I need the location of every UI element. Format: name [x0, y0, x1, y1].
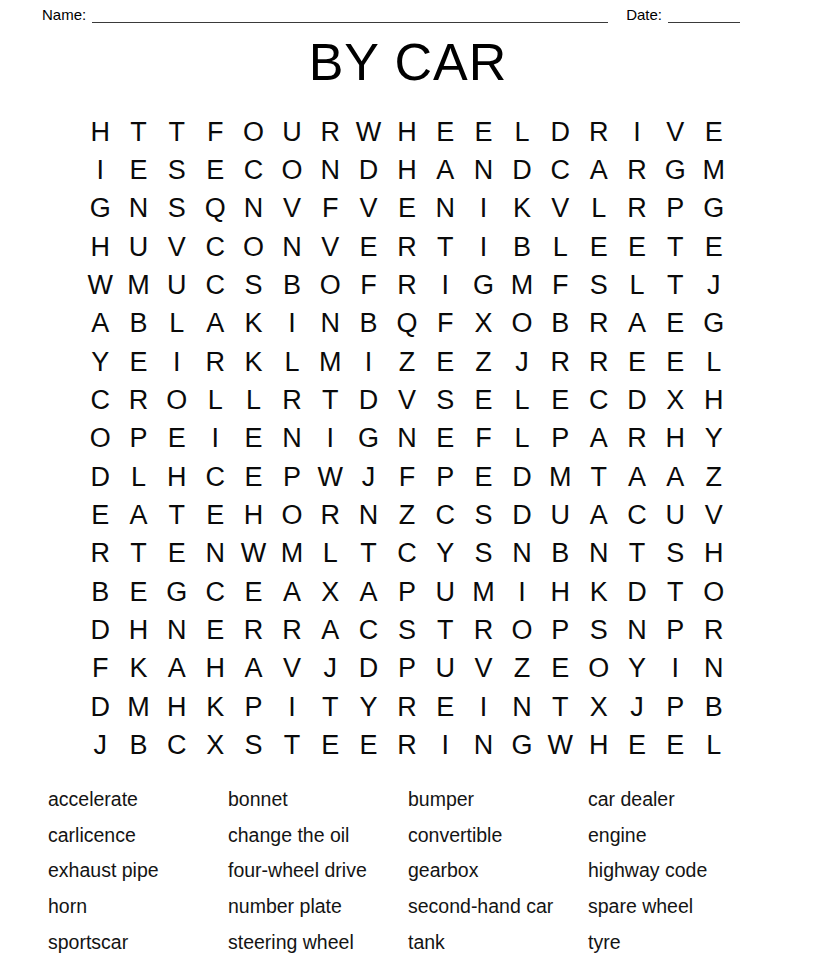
word-item-13: gearbox [408, 859, 588, 882]
grid-cell-r3c3[interactable]: S [158, 190, 196, 228]
grid-cell-r16c10[interactable]: E [426, 688, 464, 726]
grid-cell-r13c16[interactable]: T [656, 573, 694, 611]
grid-cell-r15c16[interactable]: I [656, 650, 694, 688]
grid-cell-r8c2[interactable]: R [119, 381, 157, 419]
grid-cell-r9c6[interactable]: N [273, 420, 311, 458]
grid-cell-r9c1[interactable]: O [81, 420, 119, 458]
grid-cell-r5c8[interactable]: F [349, 266, 387, 304]
grid-cell-r13c10[interactable]: U [426, 573, 464, 611]
grid-cell-r8c16[interactable]: X [656, 381, 694, 419]
grid-cell-r3c16[interactable]: P [656, 190, 694, 228]
grid-cell-r13c17[interactable]: O [695, 573, 733, 611]
grid-cell-r9c7[interactable]: I [311, 420, 349, 458]
grid-cell-r2c2[interactable]: E [119, 151, 157, 189]
grid-cell-r8c9[interactable]: V [388, 381, 426, 419]
grid-cell-r3c8[interactable]: V [349, 190, 387, 228]
grid-cell-r4c4[interactable]: C [196, 228, 234, 266]
grid-cell-r5c14[interactable]: S [579, 266, 617, 304]
grid-cell-r14c13[interactable]: P [541, 611, 579, 649]
grid-cell-r6c16[interactable]: E [656, 305, 694, 343]
grid-cell-r16c8[interactable]: Y [349, 688, 387, 726]
grid-cell-r13c15[interactable]: D [618, 573, 656, 611]
grid-cell-r1c5[interactable]: O [234, 113, 272, 151]
grid-cell-r17c11[interactable]: N [464, 727, 502, 765]
grid-cell-r14c2[interactable]: H [119, 611, 157, 649]
grid-cell-r15c5[interactable]: A [234, 650, 272, 688]
grid-cell-r16c13[interactable]: T [541, 688, 579, 726]
grid-cell-r9c15[interactable]: R [618, 420, 656, 458]
grid-cell-r3c10[interactable]: N [426, 190, 464, 228]
grid-cell-r9c9[interactable]: N [388, 420, 426, 458]
grid-cell-r14c6[interactable]: R [273, 611, 311, 649]
grid-cell-r8c1[interactable]: C [81, 381, 119, 419]
grid-cell-r7c12[interactable]: J [503, 343, 541, 381]
grid-cell-r13c8[interactable]: A [349, 573, 387, 611]
grid-cell-r7c6[interactable]: L [273, 343, 311, 381]
grid-cell-r17c3[interactable]: C [158, 727, 196, 765]
grid-cell-r10c3[interactable]: H [158, 458, 196, 496]
grid-cell-r15c10[interactable]: U [426, 650, 464, 688]
grid-cell-r8c4[interactable]: L [196, 381, 234, 419]
grid-cell-r13c5[interactable]: E [234, 573, 272, 611]
word-item-6: bonnet [228, 788, 408, 811]
grid-cell-r5c9[interactable]: R [388, 266, 426, 304]
grid-cell-r16c17[interactable]: B [695, 688, 733, 726]
grid-cell-r3c14[interactable]: L [579, 190, 617, 228]
grid-cell-r13c3[interactable]: G [158, 573, 196, 611]
grid-cell-r3c13[interactable]: V [541, 190, 579, 228]
grid-cell-r8c10[interactable]: S [426, 381, 464, 419]
grid-cell-r7c7[interactable]: M [311, 343, 349, 381]
grid-cell-r17c10[interactable]: I [426, 727, 464, 765]
grid-cell-r3c4[interactable]: Q [196, 190, 234, 228]
grid-cell-r7c14[interactable]: R [579, 343, 617, 381]
grid-cell-r10c9[interactable]: F [388, 458, 426, 496]
grid-cell-r2c15[interactable]: R [618, 151, 656, 189]
grid-cell-r9c5[interactable]: E [234, 420, 272, 458]
grid-cell-r4c12[interactable]: B [503, 228, 541, 266]
grid-cell-r1c6[interactable]: U [273, 113, 311, 151]
grid-cell-r1c1[interactable]: H [81, 113, 119, 151]
grid-cell-r11c6[interactable]: O [273, 496, 311, 534]
grid-cell-r3c6[interactable]: V [273, 190, 311, 228]
grid-cell-r14c16[interactable]: P [656, 611, 694, 649]
grid-cell-r4c11[interactable]: I [464, 228, 502, 266]
grid-cell-r10c8[interactable]: J [349, 458, 387, 496]
grid-cell-r7c4[interactable]: R [196, 343, 234, 381]
grid-cell-r5c16[interactable]: T [656, 266, 694, 304]
grid-cell-r10c17[interactable]: Z [695, 458, 733, 496]
grid-cell-r4c8[interactable]: E [349, 228, 387, 266]
grid-cell-r8c17[interactable]: H [695, 381, 733, 419]
word-item-12: convertible [408, 824, 588, 847]
grid-cell-r11c4[interactable]: E [196, 496, 234, 534]
grid-cell-r8c7[interactable]: T [311, 381, 349, 419]
grid-cell-r2c7[interactable]: N [311, 151, 349, 189]
grid-cell-r15c11[interactable]: V [464, 650, 502, 688]
grid-cell-r14c17[interactable]: R [695, 611, 733, 649]
grid-cell-r1c9[interactable]: H [388, 113, 426, 151]
grid-cell-r16c9[interactable]: R [388, 688, 426, 726]
grid-cell-r10c16[interactable]: A [656, 458, 694, 496]
grid-cell-r8c15[interactable]: D [618, 381, 656, 419]
grid-cell-r3c9[interactable]: E [388, 190, 426, 228]
grid-cell-r8c14[interactable]: C [579, 381, 617, 419]
grid-cell-r14c3[interactable]: N [158, 611, 196, 649]
grid-cell-r17c8[interactable]: E [349, 727, 387, 765]
grid-cell-r11c5[interactable]: H [234, 496, 272, 534]
grid-cell-r10c10[interactable]: P [426, 458, 464, 496]
grid-cell-r3c17[interactable]: G [695, 190, 733, 228]
grid-cell-r12c16[interactable]: S [656, 535, 694, 573]
grid-cell-r3c15[interactable]: R [618, 190, 656, 228]
grid-cell-r7c8[interactable]: I [349, 343, 387, 381]
grid-cell-r12c2[interactable]: T [119, 535, 157, 573]
grid-cell-r5c4[interactable]: C [196, 266, 234, 304]
date-input-line[interactable] [668, 7, 740, 23]
grid-cell-r15c17[interactable]: N [695, 650, 733, 688]
grid-cell-r11c12[interactable]: D [503, 496, 541, 534]
grid-cell-r10c12[interactable]: D [503, 458, 541, 496]
grid-cell-r7c3[interactable]: I [158, 343, 196, 381]
grid-cell-r11c1[interactable]: E [81, 496, 119, 534]
grid-cell-r9c4[interactable]: I [196, 420, 234, 458]
grid-cell-r1c15[interactable]: I [618, 113, 656, 151]
grid-cell-r16c2[interactable]: M [119, 688, 157, 726]
grid-cell-r9c3[interactable]: E [158, 420, 196, 458]
grid-cell-r15c1[interactable]: F [81, 650, 119, 688]
grid-cell-r8c13[interactable]: E [541, 381, 579, 419]
grid-cell-r14c10[interactable]: T [426, 611, 464, 649]
grid-cell-r15c13[interactable]: E [541, 650, 579, 688]
grid-cell-r16c3[interactable]: H [158, 688, 196, 726]
grid-cell-r9c10[interactable]: E [426, 420, 464, 458]
grid-cell-r12c11[interactable]: S [464, 535, 502, 573]
grid-cell-r6c2[interactable]: B [119, 305, 157, 343]
grid-cell-r14c9[interactable]: S [388, 611, 426, 649]
grid-cell-r13c11[interactable]: M [464, 573, 502, 611]
grid-cell-r12c1[interactable]: R [81, 535, 119, 573]
grid-cell-r2c4[interactable]: E [196, 151, 234, 189]
grid-cell-r15c6[interactable]: V [273, 650, 311, 688]
word-item-8: four-wheel drive [228, 859, 408, 882]
grid-cell-r1c12[interactable]: L [503, 113, 541, 151]
grid-cell-r16c4[interactable]: K [196, 688, 234, 726]
grid-cell-r6c1[interactable]: A [81, 305, 119, 343]
grid-cell-r5c10[interactable]: I [426, 266, 464, 304]
grid-cell-r1c17[interactable]: E [695, 113, 733, 151]
grid-cell-r4c13[interactable]: L [541, 228, 579, 266]
grid-cell-r5c15[interactable]: L [618, 266, 656, 304]
grid-cell-r2c3[interactable]: S [158, 151, 196, 189]
grid-cell-r10c15[interactable]: A [618, 458, 656, 496]
grid-cell-r2c6[interactable]: O [273, 151, 311, 189]
grid-cell-r5c12[interactable]: M [503, 266, 541, 304]
grid-cell-r12c7[interactable]: L [311, 535, 349, 573]
grid-cell-r13c2[interactable]: E [119, 573, 157, 611]
date-label: Date: [626, 6, 662, 24]
grid-cell-r4c6[interactable]: N [273, 228, 311, 266]
grid-cell-r2c16[interactable]: G [656, 151, 694, 189]
grid-cell-r7c2[interactable]: E [119, 343, 157, 381]
grid-cell-r16c6[interactable]: I [273, 688, 311, 726]
grid-cell-r11c10[interactable]: C [426, 496, 464, 534]
grid-cell-r1c16[interactable]: V [656, 113, 694, 151]
grid-cell-r9c14[interactable]: A [579, 420, 617, 458]
grid-cell-r15c7[interactable]: J [311, 650, 349, 688]
grid-cell-r11c17[interactable]: V [695, 496, 733, 534]
grid-cell-r8c12[interactable]: L [503, 381, 541, 419]
grid-cell-r11c3[interactable]: T [158, 496, 196, 534]
grid-cell-r11c7[interactable]: R [311, 496, 349, 534]
grid-cell-r12c12[interactable]: N [503, 535, 541, 573]
grid-cell-r9c12[interactable]: L [503, 420, 541, 458]
grid-cell-r5c13[interactable]: F [541, 266, 579, 304]
grid-cell-r11c8[interactable]: N [349, 496, 387, 534]
grid-cell-r5c5[interactable]: S [234, 266, 272, 304]
grid-cell-r10c13[interactable]: M [541, 458, 579, 496]
grid-cell-r10c6[interactable]: P [273, 458, 311, 496]
grid-cell-r11c2[interactable]: A [119, 496, 157, 534]
grid-cell-r14c15[interactable]: N [618, 611, 656, 649]
grid-cell-r17c5[interactable]: S [234, 727, 272, 765]
grid-cell-r10c4[interactable]: C [196, 458, 234, 496]
grid-cell-r9c11[interactable]: F [464, 420, 502, 458]
grid-cell-r3c2[interactable]: N [119, 190, 157, 228]
grid-cell-r17c16[interactable]: E [656, 727, 694, 765]
grid-cell-r14c1[interactable]: D [81, 611, 119, 649]
grid-cell-r2c11[interactable]: N [464, 151, 502, 189]
grid-cell-r15c8[interactable]: D [349, 650, 387, 688]
grid-cell-r6c9[interactable]: Q [388, 305, 426, 343]
grid-cell-r16c11[interactable]: I [464, 688, 502, 726]
grid-cell-r8c3[interactable]: O [158, 381, 196, 419]
grid-cell-r4c16[interactable]: T [656, 228, 694, 266]
grid-cell-r13c7[interactable]: X [311, 573, 349, 611]
grid-cell-r17c12[interactable]: G [503, 727, 541, 765]
grid-cell-r10c7[interactable]: W [311, 458, 349, 496]
grid-cell-r12c13[interactable]: B [541, 535, 579, 573]
grid-cell-r3c1[interactable]: G [81, 190, 119, 228]
grid-cell-r2c10[interactable]: A [426, 151, 464, 189]
grid-cell-r14c11[interactable]: R [464, 611, 502, 649]
grid-cell-r1c10[interactable]: E [426, 113, 464, 151]
grid-cell-r13c1[interactable]: B [81, 573, 119, 611]
grid-cell-r12c10[interactable]: Y [426, 535, 464, 573]
grid-cell-r12c15[interactable]: T [618, 535, 656, 573]
grid-cell-r15c3[interactable]: A [158, 650, 196, 688]
grid-cell-r16c5[interactable]: P [234, 688, 272, 726]
grid-cell-r14c8[interactable]: C [349, 611, 387, 649]
grid-cell-r7c1[interactable]: Y [81, 343, 119, 381]
grid-cell-r2c9[interactable]: H [388, 151, 426, 189]
grid-cell-r4c15[interactable]: E [618, 228, 656, 266]
grid-cell-r13c13[interactable]: H [541, 573, 579, 611]
grid-cell-r4c17[interactable]: E [695, 228, 733, 266]
grid-cell-r4c9[interactable]: R [388, 228, 426, 266]
grid-cell-r3c5[interactable]: N [234, 190, 272, 228]
grid-cell-r16c7[interactable]: T [311, 688, 349, 726]
grid-cell-r2c17[interactable]: M [695, 151, 733, 189]
grid-cell-r13c12[interactable]: I [503, 573, 541, 611]
grid-cell-r12c3[interactable]: E [158, 535, 196, 573]
grid-cell-r6c17[interactable]: G [695, 305, 733, 343]
grid-cell-r1c7[interactable]: R [311, 113, 349, 151]
word-item-9: number plate [228, 895, 408, 918]
grid-cell-r4c1[interactable]: H [81, 228, 119, 266]
grid-cell-r8c6[interactable]: R [273, 381, 311, 419]
grid-cell-r7c16[interactable]: E [656, 343, 694, 381]
grid-cell-r6c13[interactable]: B [541, 305, 579, 343]
grid-cell-r7c11[interactable]: Z [464, 343, 502, 381]
grid-cell-r15c4[interactable]: H [196, 650, 234, 688]
grid-cell-r2c5[interactable]: C [234, 151, 272, 189]
grid-cell-r9c16[interactable]: H [656, 420, 694, 458]
grid-cell-r11c13[interactable]: U [541, 496, 579, 534]
grid-cell-r16c14[interactable]: X [579, 688, 617, 726]
grid-cell-r9c17[interactable]: Y [695, 420, 733, 458]
grid-cell-r3c7[interactable]: F [311, 190, 349, 228]
grid-cell-r12c8[interactable]: T [349, 535, 387, 573]
grid-cell-r15c14[interactable]: O [579, 650, 617, 688]
grid-cell-r4c7[interactable]: V [311, 228, 349, 266]
grid-cell-r8c8[interactable]: D [349, 381, 387, 419]
grid-cell-r3c12[interactable]: K [503, 190, 541, 228]
grid-cell-r2c13[interactable]: C [541, 151, 579, 189]
grid-cell-r17c17[interactable]: L [695, 727, 733, 765]
grid-cell-r4c3[interactable]: V [158, 228, 196, 266]
grid-cell-r17c13[interactable]: W [541, 727, 579, 765]
grid-cell-r1c8[interactable]: W [349, 113, 387, 151]
grid-cell-r11c11[interactable]: S [464, 496, 502, 534]
word-bank: acceleratecarlicenceexhaust pipehornspor… [48, 782, 816, 957]
page-title: BY CAR [0, 32, 816, 92]
grid-cell-r2c14[interactable]: A [579, 151, 617, 189]
grid-cell-r11c16[interactable]: U [656, 496, 694, 534]
grid-cell-r7c13[interactable]: R [541, 343, 579, 381]
grid-cell-r14c7[interactable]: A [311, 611, 349, 649]
grid-cell-r5c11[interactable]: G [464, 266, 502, 304]
grid-cell-r10c14[interactable]: T [579, 458, 617, 496]
grid-cell-r13c4[interactable]: C [196, 573, 234, 611]
grid-cell-r16c16[interactable]: P [656, 688, 694, 726]
grid-cell-r12c5[interactable]: W [234, 535, 272, 573]
grid-cell-r11c15[interactable]: C [618, 496, 656, 534]
grid-cell-r2c1[interactable]: I [81, 151, 119, 189]
grid-cell-r7c5[interactable]: K [234, 343, 272, 381]
grid-cell-r11c14[interactable]: A [579, 496, 617, 534]
grid-cell-r17c6[interactable]: T [273, 727, 311, 765]
grid-cell-r13c14[interactable]: K [579, 573, 617, 611]
grid-cell-r6c8[interactable]: B [349, 305, 387, 343]
name-input-line[interactable] [92, 7, 608, 23]
grid-cell-r15c15[interactable]: Y [618, 650, 656, 688]
grid-cell-r7c10[interactable]: E [426, 343, 464, 381]
grid-cell-r15c2[interactable]: K [119, 650, 157, 688]
grid-cell-r4c10[interactable]: T [426, 228, 464, 266]
grid-cell-r4c2[interactable]: U [119, 228, 157, 266]
grid-cell-r6c4[interactable]: A [196, 305, 234, 343]
word-item-20: tyre [588, 931, 768, 954]
grid-cell-r17c9[interactable]: R [388, 727, 426, 765]
grid-cell-r5c3[interactable]: U [158, 266, 196, 304]
grid-cell-r1c3[interactable]: T [158, 113, 196, 151]
grid-cell-r6c11[interactable]: X [464, 305, 502, 343]
grid-cell-r6c3[interactable]: L [158, 305, 196, 343]
grid-cell-r10c5[interactable]: E [234, 458, 272, 496]
grid-cell-r9c13[interactable]: P [541, 420, 579, 458]
grid-cell-r2c8[interactable]: D [349, 151, 387, 189]
grid-cell-r4c5[interactable]: O [234, 228, 272, 266]
grid-cell-r10c2[interactable]: L [119, 458, 157, 496]
grid-cell-r13c9[interactable]: P [388, 573, 426, 611]
grid-cell-r12c17[interactable]: H [695, 535, 733, 573]
grid-cell-r13c6[interactable]: A [273, 573, 311, 611]
grid-cell-r16c1[interactable]: D [81, 688, 119, 726]
grid-cell-r1c4[interactable]: F [196, 113, 234, 151]
grid-cell-r1c14[interactable]: R [579, 113, 617, 151]
grid-cell-r8c5[interactable]: L [234, 381, 272, 419]
grid-cell-r7c9[interactable]: Z [388, 343, 426, 381]
grid-cell-r16c15[interactable]: J [618, 688, 656, 726]
grid-cell-r4c14[interactable]: E [579, 228, 617, 266]
grid-cell-r3c11[interactable]: I [464, 190, 502, 228]
grid-cell-r17c14[interactable]: H [579, 727, 617, 765]
grid-cell-r15c12[interactable]: Z [503, 650, 541, 688]
grid-cell-r2c12[interactable]: D [503, 151, 541, 189]
grid-cell-r1c2[interactable]: T [119, 113, 157, 151]
grid-cell-r7c15[interactable]: E [618, 343, 656, 381]
grid-cell-r12c6[interactable]: M [273, 535, 311, 573]
grid-cell-r8c11[interactable]: E [464, 381, 502, 419]
grid-cell-r6c14[interactable]: R [579, 305, 617, 343]
grid-cell-r14c14[interactable]: S [579, 611, 617, 649]
grid-cell-r14c12[interactable]: O [503, 611, 541, 649]
grid-cell-r6c6[interactable]: I [273, 305, 311, 343]
grid-cell-r15c9[interactable]: P [388, 650, 426, 688]
grid-cell-r6c12[interactable]: O [503, 305, 541, 343]
grid-cell-r5c2[interactable]: M [119, 266, 157, 304]
grid-cell-r12c14[interactable]: N [579, 535, 617, 573]
grid-cell-r14c4[interactable]: E [196, 611, 234, 649]
grid-cell-r1c11[interactable]: E [464, 113, 502, 151]
grid-cell-r11c9[interactable]: Z [388, 496, 426, 534]
grid-cell-r7c17[interactable]: L [695, 343, 733, 381]
grid-cell-r16c12[interactable]: N [503, 688, 541, 726]
grid-cell-r10c1[interactable]: D [81, 458, 119, 496]
grid-cell-r9c8[interactable]: G [349, 420, 387, 458]
grid-cell-r5c1[interactable]: W [81, 266, 119, 304]
grid-cell-r9c2[interactable]: P [119, 420, 157, 458]
grid-cell-r5c7[interactable]: O [311, 266, 349, 304]
grid-cell-r6c10[interactable]: F [426, 305, 464, 343]
grid-cell-r17c1[interactable]: J [81, 727, 119, 765]
grid-cell-r17c7[interactable]: E [311, 727, 349, 765]
grid-cell-r5c17[interactable]: J [695, 266, 733, 304]
grid-cell-r12c4[interactable]: N [196, 535, 234, 573]
grid-cell-r10c11[interactable]: E [464, 458, 502, 496]
grid-cell-r17c15[interactable]: E [618, 727, 656, 765]
grid-cell-r17c2[interactable]: B [119, 727, 157, 765]
grid-cell-r14c5[interactable]: R [234, 611, 272, 649]
grid-cell-r12c9[interactable]: C [388, 535, 426, 573]
grid-cell-r6c5[interactable]: K [234, 305, 272, 343]
grid-cell-r6c15[interactable]: A [618, 305, 656, 343]
grid-cell-r1c13[interactable]: D [541, 113, 579, 151]
grid-cell-r5c6[interactable]: B [273, 266, 311, 304]
grid-cell-r17c4[interactable]: X [196, 727, 234, 765]
grid-cell-r6c7[interactable]: N [311, 305, 349, 343]
